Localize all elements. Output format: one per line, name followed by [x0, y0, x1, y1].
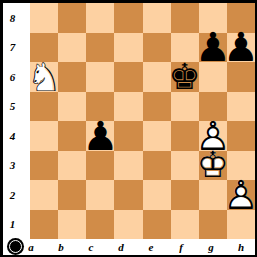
square-d8[interactable]	[114, 3, 142, 33]
square-c7[interactable]	[86, 33, 114, 63]
square-a6[interactable]: ♞♘	[30, 62, 58, 92]
square-a4[interactable]	[30, 121, 58, 151]
square-g4[interactable]: ♟♙	[199, 121, 227, 151]
black-pawn: ♟	[199, 33, 227, 63]
square-d5[interactable]	[114, 92, 142, 122]
square-f1[interactable]	[171, 210, 199, 240]
file-label-b: b	[55, 240, 67, 254]
rank-label-2: 2	[3, 188, 22, 202]
square-b3[interactable]	[58, 151, 86, 181]
piece-outline: ♙	[199, 121, 227, 151]
square-b6[interactable]	[58, 62, 86, 92]
rank-label-7: 7	[3, 40, 22, 54]
square-a1[interactable]	[30, 210, 58, 240]
square-c8[interactable]	[86, 3, 114, 33]
white-knight: ♞♘	[30, 62, 58, 92]
file-label-g: g	[205, 240, 217, 254]
square-c6[interactable]	[86, 62, 114, 92]
file-label-f: f	[175, 240, 187, 254]
square-b1[interactable]	[58, 210, 86, 240]
square-b2[interactable]	[58, 180, 86, 210]
piece-fill: ♟	[199, 121, 227, 151]
square-a7[interactable]	[30, 33, 58, 63]
square-e2[interactable]	[143, 180, 171, 210]
square-e3[interactable]	[143, 151, 171, 181]
rank-label-5: 5	[3, 99, 22, 113]
square-g2[interactable]	[199, 180, 227, 210]
square-e7[interactable]	[143, 33, 171, 63]
white-pawn: ♟♙	[199, 121, 227, 151]
square-a5[interactable]	[30, 92, 58, 122]
square-d4[interactable]	[114, 121, 142, 151]
rank-label-6: 6	[3, 70, 22, 84]
rank-label-8: 8	[3, 11, 22, 25]
square-a8[interactable]	[30, 3, 58, 33]
piece-fill: ♞	[30, 62, 58, 92]
square-g5[interactable]	[199, 92, 227, 122]
piece-outline: ♔	[199, 151, 227, 181]
square-c3[interactable]	[86, 151, 114, 181]
square-c1[interactable]	[86, 210, 114, 240]
square-f8[interactable]	[171, 3, 199, 33]
square-g1[interactable]	[199, 210, 227, 240]
square-c5[interactable]	[86, 92, 114, 122]
square-h7[interactable]: ♟	[227, 33, 255, 63]
square-h4[interactable]	[227, 121, 255, 151]
square-g7[interactable]: ♟	[199, 33, 227, 63]
white-pawn: ♟♙	[227, 180, 255, 210]
square-g6[interactable]	[199, 62, 227, 92]
square-h3[interactable]	[227, 151, 255, 181]
square-b5[interactable]	[58, 92, 86, 122]
chess-diagram: 87654321 ♟♟♞♘♚♟♟♙♚♔♟♙ abcdefgh	[0, 0, 257, 257]
square-d1[interactable]	[114, 210, 142, 240]
square-f2[interactable]	[171, 180, 199, 210]
square-d2[interactable]	[114, 180, 142, 210]
file-label-c: c	[85, 240, 97, 254]
square-f7[interactable]	[171, 33, 199, 63]
rank-label-3: 3	[3, 158, 22, 172]
square-h2[interactable]: ♟♙	[227, 180, 255, 210]
square-c4[interactable]: ♟	[86, 121, 114, 151]
file-label-e: e	[145, 240, 157, 254]
black-king: ♚	[171, 62, 199, 92]
square-e1[interactable]	[143, 210, 171, 240]
square-e4[interactable]	[143, 121, 171, 151]
file-label-h: h	[235, 240, 247, 254]
black-pawn: ♟	[86, 121, 114, 151]
rank-label-1: 1	[3, 217, 22, 231]
piece-fill: ♟	[227, 180, 255, 210]
file-label-a: a	[25, 240, 37, 254]
piece-outline: ♘	[30, 62, 58, 92]
piece-fill: ♚	[199, 151, 227, 181]
square-h8[interactable]	[227, 3, 255, 33]
square-c2[interactable]	[86, 180, 114, 210]
square-f5[interactable]	[171, 92, 199, 122]
square-d6[interactable]	[114, 62, 142, 92]
black-to-move-indicator	[9, 240, 22, 253]
square-g3[interactable]: ♚♔	[199, 151, 227, 181]
square-e8[interactable]	[143, 3, 171, 33]
rank-label-4: 4	[3, 129, 22, 143]
square-e5[interactable]	[143, 92, 171, 122]
square-b4[interactable]	[58, 121, 86, 151]
square-d3[interactable]	[114, 151, 142, 181]
square-f4[interactable]	[171, 121, 199, 151]
square-h6[interactable]	[227, 62, 255, 92]
square-a2[interactable]	[30, 180, 58, 210]
square-a3[interactable]	[30, 151, 58, 181]
square-b7[interactable]	[58, 33, 86, 63]
white-king: ♚♔	[199, 151, 227, 181]
square-h1[interactable]	[227, 210, 255, 240]
piece-outline: ♙	[227, 180, 255, 210]
square-f3[interactable]	[171, 151, 199, 181]
chess-board[interactable]: ♟♟♞♘♚♟♟♙♚♔♟♙	[30, 3, 255, 239]
black-pawn: ♟	[227, 33, 255, 63]
square-b8[interactable]	[58, 3, 86, 33]
square-h5[interactable]	[227, 92, 255, 122]
square-d7[interactable]	[114, 33, 142, 63]
square-g8[interactable]	[199, 3, 227, 33]
file-label-d: d	[115, 240, 127, 254]
square-e6[interactable]	[143, 62, 171, 92]
square-f6[interactable]: ♚	[171, 62, 199, 92]
